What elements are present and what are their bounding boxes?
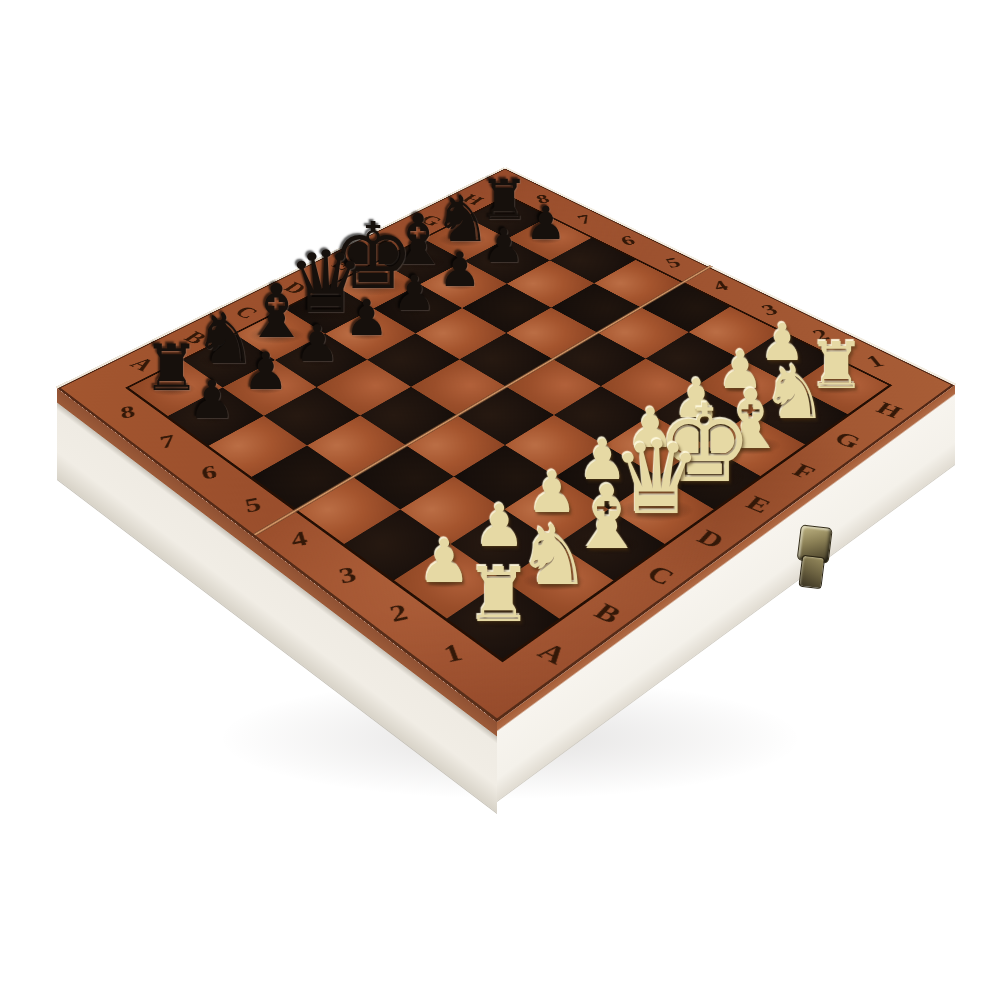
chess-set-photo: 11AA22BB33CC44DD55EE66FF77GG88HH ♜♞♝♛♚♝♞… — [0, 0, 1000, 1000]
rank-label-left-4: 4 — [273, 521, 325, 558]
rank-label-left-2: 2 — [371, 593, 428, 634]
piece-black-pawn-b7[interactable]: ♟ — [235, 346, 297, 398]
piece-black-pawn-a7[interactable]: ♟ — [180, 374, 243, 427]
rank-label-left-3: 3 — [321, 556, 376, 595]
rank-label-left-7: 7 — [144, 426, 191, 458]
clasp-latch — [790, 524, 836, 592]
rank-label-left-6: 6 — [185, 456, 233, 489]
piece-white-rook-a1[interactable]: ♜ — [453, 558, 544, 634]
rank-label-left-5: 5 — [228, 488, 278, 523]
clasp-hook — [798, 555, 825, 590]
